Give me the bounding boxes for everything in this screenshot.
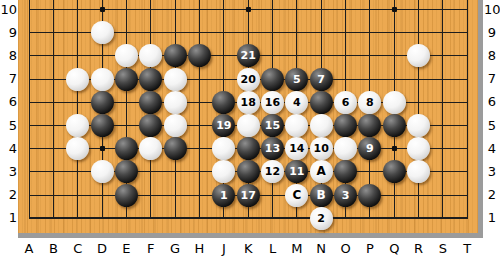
coordinate-label: H <box>191 241 208 257</box>
stone-L7 <box>261 68 284 91</box>
coordinate-label: 5 <box>0 118 17 134</box>
coordinate-label: L <box>264 241 281 257</box>
stone-J2: 1 <box>212 184 235 207</box>
stone-G6 <box>164 91 187 114</box>
coordinate-label: 1 <box>484 210 500 226</box>
go-board-diagram: 2120571816468191513141091211A117CB32 109… <box>0 0 500 260</box>
stone-N7: 7 <box>310 68 333 91</box>
coordinate-label: 10 <box>0 2 17 18</box>
stone-D6 <box>91 91 114 114</box>
stone-N3: A <box>310 160 333 183</box>
stone-K3 <box>237 160 260 183</box>
stone-D5 <box>91 114 114 137</box>
stone-G4 <box>164 137 187 160</box>
stone-O2: 3 <box>334 184 357 207</box>
stone-N1: 2 <box>310 207 333 230</box>
stone-K7: 20 <box>237 68 260 91</box>
coordinate-label: T <box>459 241 476 257</box>
stone-E7 <box>115 68 138 91</box>
stone-J6 <box>212 91 235 114</box>
coordinate-label: S <box>434 241 451 257</box>
stone-N4: 10 <box>310 137 333 160</box>
stone-D7 <box>91 68 114 91</box>
stone-Q3 <box>383 160 406 183</box>
stone-L5: 15 <box>261 114 284 137</box>
star-point <box>246 7 251 12</box>
coordinate-label: 10 <box>484 2 500 18</box>
stone-K5 <box>237 114 260 137</box>
stone-O6: 6 <box>334 91 357 114</box>
coordinate-label: D <box>94 241 111 257</box>
stone-E4 <box>115 137 138 160</box>
stone-Q6 <box>383 91 406 114</box>
coordinate-label: M <box>288 241 305 257</box>
coordinate-label: 2 <box>0 187 17 203</box>
coordinate-label: E <box>118 241 135 257</box>
coordinate-label: 1 <box>0 210 17 226</box>
stone-C7 <box>66 68 89 91</box>
stone-G5 <box>164 114 187 137</box>
coordinate-label: P <box>361 241 378 257</box>
coordinate-label: 5 <box>484 118 500 134</box>
stone-M2: C <box>285 184 308 207</box>
stone-K8: 21 <box>237 44 260 67</box>
coordinate-label: 6 <box>0 94 17 110</box>
stone-O5 <box>334 114 357 137</box>
coordinate-label: 7 <box>0 71 17 87</box>
coordinate-label: G <box>167 241 184 257</box>
coordinate-label: 9 <box>484 25 500 41</box>
star-point <box>100 7 105 12</box>
coordinate-label: 3 <box>484 164 500 180</box>
stone-F7 <box>139 68 162 91</box>
coordinate-label: N <box>313 241 330 257</box>
stone-K2: 17 <box>237 184 260 207</box>
stone-D9 <box>91 21 114 44</box>
stone-M7: 5 <box>285 68 308 91</box>
coordinate-label: K <box>240 241 257 257</box>
stone-N5 <box>310 114 333 137</box>
stone-N2: B <box>310 184 333 207</box>
coordinate-label: C <box>69 241 86 257</box>
stone-F6 <box>139 91 162 114</box>
coordinate-label: 6 <box>484 94 500 110</box>
coordinate-label: 2 <box>484 187 500 203</box>
stone-P2 <box>358 184 381 207</box>
coordinate-label: 7 <box>484 71 500 87</box>
coordinate-label: 8 <box>0 48 17 64</box>
coordinate-label: 3 <box>0 164 17 180</box>
grid-line-horizontal <box>29 217 468 219</box>
stone-Q5 <box>383 114 406 137</box>
coordinate-label: A <box>21 241 38 257</box>
coordinate-label: O <box>337 241 354 257</box>
stone-G8 <box>164 44 187 67</box>
star-point <box>100 146 105 151</box>
coordinate-label: F <box>142 241 159 257</box>
stone-G7 <box>164 68 187 91</box>
stone-N6 <box>310 91 333 114</box>
coordinate-label: J <box>215 241 232 257</box>
star-point <box>392 7 397 12</box>
stone-M6: 4 <box>285 91 308 114</box>
coordinate-label: Q <box>386 241 403 257</box>
stone-K6: 18 <box>237 91 260 114</box>
coordinate-label: 4 <box>0 141 17 157</box>
stone-E2 <box>115 184 138 207</box>
coordinate-label: 4 <box>484 141 500 157</box>
stone-R5 <box>407 114 430 137</box>
coordinate-label: 8 <box>484 48 500 64</box>
coordinate-label: R <box>410 241 427 257</box>
coordinate-label: 9 <box>0 25 17 41</box>
stone-K4 <box>237 137 260 160</box>
stone-L6: 16 <box>261 91 284 114</box>
coordinate-label: B <box>45 241 62 257</box>
star-point <box>392 146 397 151</box>
stone-D3 <box>91 160 114 183</box>
